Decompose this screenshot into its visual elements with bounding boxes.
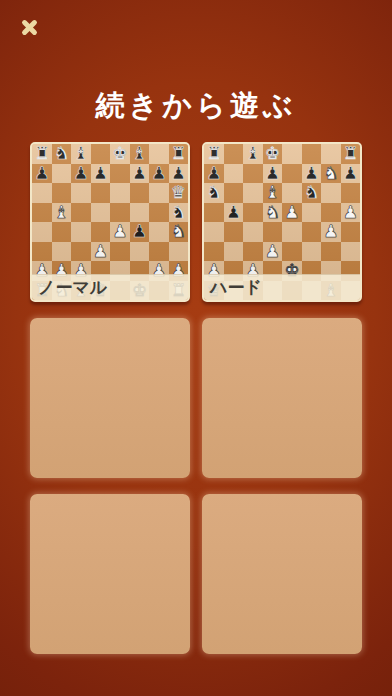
square-c4: [243, 222, 263, 242]
difficulty-label-normal: ノーマル: [38, 276, 107, 299]
square-a7: ♟: [32, 164, 52, 184]
square-b3: [224, 242, 244, 262]
black-pawn: ♟: [132, 165, 147, 182]
square-c6: [243, 183, 263, 203]
square-c7: [243, 164, 263, 184]
square-c3: [243, 242, 263, 262]
black-king: ♚: [112, 145, 127, 162]
square-b6: [52, 183, 72, 203]
square-h6: [341, 183, 361, 203]
square-f7: ♟: [302, 164, 322, 184]
square-b3: [52, 242, 72, 262]
square-d8: ♚: [263, 144, 283, 164]
white-knight: ♞: [171, 223, 186, 240]
square-e8: ♚: [110, 144, 130, 164]
square-f4: [302, 222, 322, 242]
square-d4: [91, 222, 111, 242]
white-bishop: ♝: [54, 204, 69, 221]
black-rook: ♜: [343, 145, 358, 162]
square-d6: [91, 183, 111, 203]
square-h3: [341, 242, 361, 262]
square-d7: ♟: [91, 164, 111, 184]
empty-slot-4: [202, 494, 362, 654]
empty-slot-1: [30, 318, 190, 478]
black-knight: ♞: [304, 184, 319, 201]
white-pawn: ♟: [284, 204, 299, 221]
square-f7: ♟: [130, 164, 150, 184]
black-rook: ♜: [34, 145, 49, 162]
board-label: ノーマル: [32, 274, 188, 300]
square-a7: ♟: [204, 164, 224, 184]
black-king: ♚: [265, 145, 280, 162]
black-pawn: ♟: [73, 165, 88, 182]
square-g4: ♟: [321, 222, 341, 242]
square-a3: [204, 242, 224, 262]
square-c8: ♝: [243, 144, 263, 164]
empty-slot-2: [202, 318, 362, 478]
white-pawn: ♟: [265, 243, 280, 260]
square-g3: [149, 242, 169, 262]
black-pawn: ♟: [265, 165, 280, 182]
square-h3: [169, 242, 189, 262]
square-h6: ♛: [169, 183, 189, 203]
square-g6: [149, 183, 169, 203]
difficulty-label-hard: ハード: [210, 276, 262, 299]
square-d4: [263, 222, 283, 242]
white-knight: ♞: [323, 165, 338, 182]
black-bishop: ♝: [245, 145, 260, 162]
square-f5: [130, 203, 150, 223]
black-bishop: ♝: [73, 145, 88, 162]
black-rook: ♜: [206, 145, 221, 162]
square-h4: [341, 222, 361, 242]
white-knight: ♞: [265, 204, 280, 221]
square-f5: [302, 203, 322, 223]
black-knight: ♞: [54, 145, 69, 162]
square-d8: [91, 144, 111, 164]
white-bishop: ♝: [265, 184, 280, 201]
black-knight: ♞: [171, 204, 186, 221]
square-d3: ♟: [91, 242, 111, 262]
square-a4: [204, 222, 224, 242]
square-a8: ♜: [32, 144, 52, 164]
square-e4: ♟: [110, 222, 130, 242]
black-pawn: ♟: [343, 165, 358, 182]
square-g7: ♟: [149, 164, 169, 184]
square-h5: ♞: [169, 203, 189, 223]
square-d6: ♝: [263, 183, 283, 203]
square-e8: [282, 144, 302, 164]
square-a6: [32, 183, 52, 203]
square-g7: ♞: [321, 164, 341, 184]
black-pawn: ♟: [34, 165, 49, 182]
black-pawn: ♟: [171, 165, 186, 182]
black-pawn: ♟: [304, 165, 319, 182]
square-a3: [32, 242, 52, 262]
white-pawn: ♟: [93, 243, 108, 260]
board-label: ハード: [204, 274, 360, 300]
square-a5: [204, 203, 224, 223]
black-pawn: ♟: [226, 204, 241, 221]
square-f4: ♟: [130, 222, 150, 242]
square-e5: ♟: [282, 203, 302, 223]
square-b8: ♞: [52, 144, 72, 164]
square-e3: [282, 242, 302, 262]
square-h4: ♞: [169, 222, 189, 242]
square-b4: [224, 222, 244, 242]
black-pawn: ♟: [206, 165, 221, 182]
black-pawn: ♟: [132, 223, 147, 240]
square-c3: [71, 242, 91, 262]
square-g5: [321, 203, 341, 223]
square-g3: [321, 242, 341, 262]
square-g8: [149, 144, 169, 164]
square-c7: ♟: [71, 164, 91, 184]
continue-game-screen: 続きから遊ぶ ♜♞♝♚♝♜♟♟♟♟♟♟♛♝♞♟♟♞♟♟♟♟♟♟♜♞♝♛♚♜ ノー…: [0, 0, 392, 696]
square-h7: ♟: [341, 164, 361, 184]
square-h8: ♜: [169, 144, 189, 164]
square-h5: ♟: [341, 203, 361, 223]
square-b6: [224, 183, 244, 203]
square-h7: ♟: [169, 164, 189, 184]
square-f3: [130, 242, 150, 262]
square-b4: [52, 222, 72, 242]
square-f6: ♞: [302, 183, 322, 203]
square-g6: [321, 183, 341, 203]
square-e7: [110, 164, 130, 184]
square-c6: [71, 183, 91, 203]
square-f8: [302, 144, 322, 164]
black-queen: ♛: [171, 184, 186, 201]
square-e4: [282, 222, 302, 242]
square-c8: ♝: [71, 144, 91, 164]
black-pawn: ♟: [151, 165, 166, 182]
black-rook: ♜: [171, 145, 186, 162]
black-pawn: ♟: [93, 165, 108, 182]
square-c5: [243, 203, 263, 223]
square-g8: [321, 144, 341, 164]
white-pawn: ♟: [323, 223, 338, 240]
square-c5: [71, 203, 91, 223]
saved-game-tile-hard[interactable]: ♜♝♚♜♟♟♟♞♟♞♝♞♟♞♟♟♟♟♟♟♚♛♝ ハード: [202, 142, 362, 302]
square-b7: [224, 164, 244, 184]
square-f8: ♝: [130, 144, 150, 164]
square-f6: [130, 183, 150, 203]
square-c4: [71, 222, 91, 242]
square-g4: [149, 222, 169, 242]
square-h8: ♜: [341, 144, 361, 164]
square-b8: [224, 144, 244, 164]
square-e5: [110, 203, 130, 223]
square-e6: [110, 183, 130, 203]
square-d3: ♟: [263, 242, 283, 262]
square-a6: ♞: [204, 183, 224, 203]
black-bishop: ♝: [132, 145, 147, 162]
page-title: 続きから遊ぶ: [0, 86, 392, 126]
square-a5: [32, 203, 52, 223]
empty-slot-3: [30, 494, 190, 654]
square-a8: ♜: [204, 144, 224, 164]
square-e7: [282, 164, 302, 184]
white-pawn: ♟: [112, 223, 127, 240]
square-d7: ♟: [263, 164, 283, 184]
square-b5: ♟: [224, 203, 244, 223]
square-f3: [302, 242, 322, 262]
square-g5: [149, 203, 169, 223]
saved-game-tile-normal[interactable]: ♜♞♝♚♝♜♟♟♟♟♟♟♛♝♞♟♟♞♟♟♟♟♟♟♜♞♝♛♚♜ ノーマル: [30, 142, 190, 302]
square-e6: [282, 183, 302, 203]
black-knight: ♞: [206, 184, 221, 201]
square-d5: [91, 203, 111, 223]
square-b7: [52, 164, 72, 184]
square-d5: ♞: [263, 203, 283, 223]
white-pawn: ♟: [343, 204, 358, 221]
square-a4: [32, 222, 52, 242]
close-button[interactable]: [16, 14, 42, 40]
square-b5: ♝: [52, 203, 72, 223]
square-e3: [110, 242, 130, 262]
